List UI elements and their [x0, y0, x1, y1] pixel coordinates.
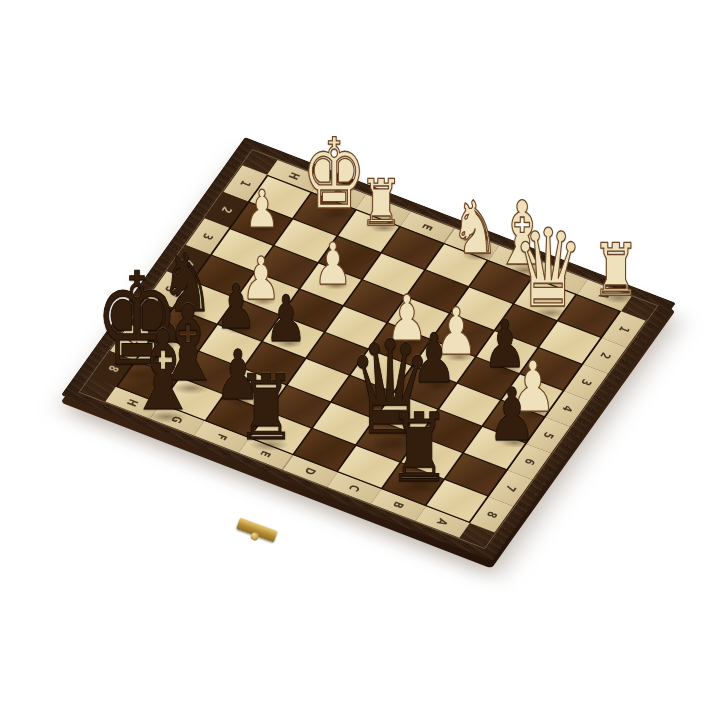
- piece-black-rook-e8[interactable]: ♜: [225, 367, 306, 450]
- piece-black-rook-b8[interactable]: ♜: [377, 405, 462, 492]
- product-photo-stage: HGFEDCBAHGFEDCBA1234567812345678 ♚♛♜♜♝♞♟…: [0, 0, 720, 720]
- piece-black-pawn-a6[interactable]: ♟: [479, 381, 544, 448]
- white-rook-icon: ♜: [592, 237, 640, 303]
- piece-white-rook-f1[interactable]: ♜: [352, 174, 409, 233]
- black-rook-icon: ♜: [236, 367, 296, 450]
- black-rook-icon: ♜: [388, 405, 451, 492]
- piece-white-pawn-h2[interactable]: ♟: [239, 186, 286, 234]
- piece-white-pawn-f3[interactable]: ♟: [307, 238, 359, 291]
- white-rook-icon: ♜: [360, 174, 402, 233]
- piece-white-queen-b2[interactable]: ♛: [499, 219, 596, 318]
- piece-black-pawn-f5[interactable]: ♟: [257, 290, 314, 349]
- white-pawn-icon: ♟: [314, 238, 352, 291]
- black-pawn-icon: ♟: [488, 381, 536, 448]
- brass-latch[interactable]: [236, 518, 278, 543]
- piece-black-bishop-g8[interactable]: ♝: [114, 321, 213, 422]
- black-bishop-icon: ♝: [127, 321, 200, 422]
- black-pawn-icon: ♟: [265, 290, 307, 349]
- white-pawn-icon: ♟: [245, 186, 280, 234]
- white-queen-icon: ♛: [512, 219, 584, 318]
